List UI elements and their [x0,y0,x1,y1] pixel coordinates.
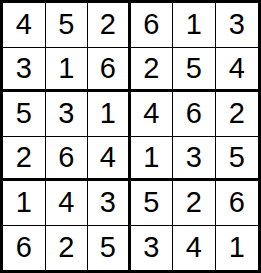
cell-r1c1[interactable]: 4 [3,3,46,48]
cell-r5c5[interactable]: 2 [173,181,216,226]
cell-r6c3[interactable]: 5 [88,226,131,271]
sudoku-page: 452613316254531462264135143526625341 [0,0,261,273]
cell-r5c2[interactable]: 4 [46,181,89,226]
cell-r3c5[interactable]: 6 [173,92,216,137]
cell-r1c3[interactable]: 2 [88,3,131,48]
cell-r2c3[interactable]: 6 [88,48,131,93]
cell-r6c1[interactable]: 6 [3,226,46,271]
cell-r4c3[interactable]: 4 [88,137,131,182]
cell-r6c2[interactable]: 2 [46,226,89,271]
cell-r2c2[interactable]: 1 [46,48,89,93]
cell-r6c6[interactable]: 1 [216,226,259,271]
cell-r6c4[interactable]: 3 [131,226,174,271]
cell-r1c5[interactable]: 1 [173,3,216,48]
cell-r3c4[interactable]: 4 [131,92,174,137]
cell-r5c3[interactable]: 3 [88,181,131,226]
cell-r5c6[interactable]: 6 [216,181,259,226]
cell-r5c4[interactable]: 5 [131,181,174,226]
cell-r3c6[interactable]: 2 [216,92,259,137]
cell-r4c4[interactable]: 1 [131,137,174,182]
cell-r2c6[interactable]: 4 [216,48,259,93]
cell-r4c6[interactable]: 5 [216,137,259,182]
cell-r1c4[interactable]: 6 [131,3,174,48]
cell-r3c3[interactable]: 1 [88,92,131,137]
cell-r2c1[interactable]: 3 [3,48,46,93]
cell-r1c6[interactable]: 3 [216,3,259,48]
cell-r2c4[interactable]: 2 [131,48,174,93]
sudoku-board: 452613316254531462264135143526625341 [0,0,261,273]
cell-r6c5[interactable]: 4 [173,226,216,271]
cell-r3c1[interactable]: 5 [3,92,46,137]
cell-r3c2[interactable]: 3 [46,92,89,137]
cell-r1c2[interactable]: 5 [46,3,89,48]
cell-r2c5[interactable]: 5 [173,48,216,93]
cell-r4c5[interactable]: 3 [173,137,216,182]
cell-r5c1[interactable]: 1 [3,181,46,226]
cell-r4c1[interactable]: 2 [3,137,46,182]
cell-r4c2[interactable]: 6 [46,137,89,182]
